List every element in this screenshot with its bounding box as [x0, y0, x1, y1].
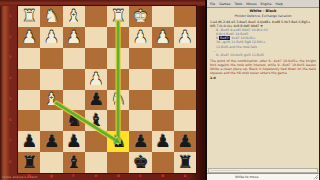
black-piece-b-e6[interactable]: ♝ [88, 112, 103, 129]
square-h3[interactable] [18, 48, 40, 69]
square-b1[interactable] [152, 6, 174, 27]
square-c4[interactable] [129, 69, 151, 90]
rank-label-4: 4 [9, 77, 11, 81]
square-e5[interactable]: ♟ [85, 90, 107, 111]
file-label-d: d [117, 174, 120, 178]
square-h6[interactable] [18, 110, 40, 131]
white-piece-p-f2[interactable]: ♟ [66, 28, 81, 45]
square-b3[interactable] [152, 48, 174, 69]
white-piece-r-h1[interactable]: ♜ [22, 7, 37, 24]
square-f8[interactable]: ♝ [63, 152, 85, 173]
black-piece-p-c7[interactable]: ♟ [133, 133, 148, 150]
square-f4[interactable] [63, 69, 85, 90]
menu-bar[interactable]: FileGamesToolsMovesEngineHelp [207, 0, 319, 8]
square-g7[interactable]: ♟ [40, 131, 62, 152]
black-piece-p-f7[interactable]: ♟ [66, 133, 81, 150]
square-a2[interactable]: ♟ [174, 27, 196, 48]
square-b4[interactable] [152, 69, 174, 90]
white-piece-p-h2[interactable]: ♟ [22, 28, 37, 45]
square-b8[interactable] [152, 152, 174, 173]
file-label-a: a [183, 174, 186, 178]
square-d2[interactable] [107, 27, 129, 48]
square-h1[interactable]: ♜ [18, 6, 40, 27]
rank-label-7: 7 [9, 140, 11, 144]
square-d3[interactable] [107, 48, 129, 69]
square-d8[interactable] [107, 152, 129, 173]
scrollbar-thumb[interactable] [210, 170, 240, 171]
white-piece-b-g5[interactable]: ♝ [44, 91, 59, 108]
menu-item-tools[interactable]: Tools [235, 2, 243, 6]
black-piece-k-c8[interactable]: ♚ [133, 154, 148, 171]
square-g4[interactable] [40, 69, 62, 90]
file-label-f: f [72, 174, 74, 178]
chess-gui-window: chess analysis board ♜♞♝♜♚♟♟♟♟♟♟♟♝♟♞♞♝♟♟… [0, 0, 320, 180]
square-g1[interactable]: ♞ [40, 6, 62, 27]
black-piece-p-a7[interactable]: ♟ [177, 133, 192, 150]
white-piece-p-a2[interactable]: ♟ [177, 28, 192, 45]
chess-board[interactable]: ♜♞♝♜♚♟♟♟♟♟♟♟♝♟♞♞♝♟♟♟♞♟♟♟♜♝♚♜ [18, 6, 196, 173]
black-piece-r-h8[interactable]: ♜ [22, 154, 37, 171]
square-g6[interactable] [40, 110, 62, 131]
menu-item-moves[interactable]: Moves [246, 2, 256, 6]
file-label-e: e [94, 174, 97, 178]
square-c5[interactable] [129, 90, 151, 111]
square-a3[interactable] [174, 48, 196, 69]
square-g5[interactable]: ♝ [40, 90, 62, 111]
square-h7[interactable]: ♟ [18, 131, 40, 152]
status-bar: White to move [207, 173, 319, 180]
white-piece-p-g2[interactable]: ♟ [44, 28, 59, 45]
square-b6[interactable] [152, 110, 174, 131]
black-piece-p-g7[interactable]: ♟ [44, 133, 59, 150]
menu-item-help[interactable]: Help [276, 2, 283, 6]
file-label-c: c [139, 174, 141, 178]
white-piece-p-e4[interactable]: ♟ [88, 70, 103, 87]
black-piece-n-d7[interactable]: ♞ [111, 133, 126, 150]
rank-label-8: 8 [9, 161, 11, 165]
square-e4[interactable]: ♟ [85, 69, 107, 90]
square-e6[interactable]: ♝ [85, 110, 107, 131]
square-g3[interactable] [40, 48, 62, 69]
square-a7[interactable]: ♟ [174, 131, 196, 152]
square-a6[interactable] [174, 110, 196, 131]
square-c7[interactable]: ♟ [129, 131, 151, 152]
square-e3[interactable] [85, 48, 107, 69]
square-h8[interactable]: ♜ [18, 152, 40, 173]
mainline-moves[interactable]: 1.e4 d6 2.d4 e5 3.dxe5 dxe5 4.Qxd8+ Kxd8… [210, 20, 316, 28]
rank-label-2: 2 [9, 36, 11, 40]
square-a1[interactable] [174, 6, 196, 27]
square-h5[interactable] [18, 90, 40, 111]
square-f6[interactable]: ♞ [63, 110, 85, 131]
white-piece-p-c2[interactable]: ♟ [133, 28, 148, 45]
white-piece-b-f1[interactable]: ♝ [66, 7, 81, 24]
white-piece-p-b2[interactable]: ♟ [155, 28, 170, 45]
notation-area[interactable]: 1.e4 d6 2.d4 e5 3.dxe5 dxe5 4.Qxd8+ Kxd8… [207, 18, 319, 81]
square-e8[interactable] [85, 152, 107, 173]
square-d1[interactable]: ♜ [107, 6, 129, 27]
square-f1[interactable]: ♝ [63, 6, 85, 27]
square-e7[interactable] [85, 131, 107, 152]
white-piece-n-g1[interactable]: ♞ [44, 7, 59, 24]
square-b5[interactable] [152, 90, 174, 111]
square-c6[interactable] [129, 110, 151, 131]
watermark-text: chess analysis board [2, 175, 37, 179]
square-d5[interactable]: ♞ [107, 90, 129, 111]
white-piece-r-d1[interactable]: ♜ [111, 7, 126, 24]
square-c3[interactable] [129, 48, 151, 69]
menu-item-file[interactable]: File [210, 2, 215, 6]
white-piece-n-d5[interactable]: ♞ [111, 91, 126, 108]
rank-label-3: 3 [9, 56, 11, 60]
black-piece-p-b7[interactable]: ♟ [155, 133, 170, 150]
variation-line[interactable]: 9...Bxd7 10.Nxf6 gxf6 11.Bxf6 [210, 53, 316, 57]
square-f2[interactable]: ♟ [63, 27, 85, 48]
square-d7[interactable]: ♞ [107, 131, 129, 152]
file-label-g: g [50, 174, 53, 178]
square-f5[interactable] [63, 90, 85, 111]
black-piece-p-h7[interactable]: ♟ [22, 133, 37, 150]
file-label-h: h [28, 174, 31, 178]
square-c8[interactable]: ♚ [129, 152, 151, 173]
rank-label-1: 1 [9, 15, 11, 19]
square-a8[interactable]: ♜ [174, 152, 196, 173]
black-piece-r-a8[interactable]: ♜ [177, 154, 192, 171]
square-d6[interactable] [107, 110, 129, 131]
square-c2[interactable]: ♟ [129, 27, 151, 48]
resize-grip-icon[interactable] [314, 175, 318, 179]
variation-lines[interactable]: 8...Bxd5 9.exd5 Nbd7 10.Bc4 h69.Bc4 Bxd5… [210, 28, 316, 36]
rank-label-5: 5 [9, 98, 11, 102]
square-h2[interactable]: ♟ [18, 27, 40, 48]
variation-lines[interactable]: 10...gxf6 11.Bxf6 Rg8 12.Rd1+11.Bxf6 and… [210, 40, 316, 48]
game-result: 1-0 [210, 76, 316, 80]
rank-label-6: 6 [9, 119, 11, 123]
square-e1[interactable] [85, 6, 107, 27]
black-piece-b-f8[interactable]: ♝ [66, 154, 81, 171]
square-b7[interactable]: ♟ [152, 131, 174, 152]
annotation-comment: The point of the combination: after 9...… [210, 59, 316, 76]
square-f3[interactable] [63, 48, 85, 69]
square-f7[interactable]: ♟ [63, 131, 85, 152]
square-a5[interactable] [174, 90, 196, 111]
square-a4[interactable] [174, 69, 196, 90]
square-b2[interactable]: ♟ [152, 27, 174, 48]
square-e2[interactable] [85, 27, 107, 48]
square-h4[interactable] [18, 69, 40, 90]
game-header: White - Black Philidor Defence, Exchange… [207, 8, 319, 18]
menu-item-engine[interactable]: Engine [261, 2, 272, 6]
notation-panel: FileGamesToolsMovesEngineHelp White - Bl… [205, 0, 320, 180]
status-text: White to move [235, 175, 258, 179]
file-label-b: b [161, 174, 164, 178]
square-c1[interactable]: ♚ [129, 6, 151, 27]
menu-item-games[interactable]: Games [219, 2, 230, 6]
square-g2[interactable]: ♟ [40, 27, 62, 48]
white-piece-k-c1[interactable]: ♚ [133, 7, 148, 24]
square-d4[interactable] [107, 69, 129, 90]
square-g8[interactable] [40, 152, 62, 173]
black-piece-n-f6[interactable]: ♞ [66, 112, 81, 129]
black-piece-p-e5[interactable]: ♟ [88, 91, 103, 108]
